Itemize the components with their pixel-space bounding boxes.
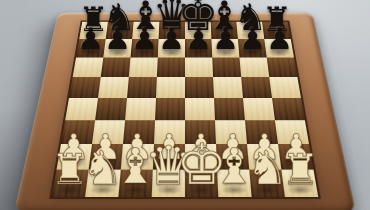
square-g6[interactable] [239, 58, 269, 78]
square-f5[interactable] [213, 77, 243, 98]
black-pawn[interactable]: ♟ [131, 24, 158, 54]
square-c4[interactable] [125, 98, 156, 120]
black-pawn[interactable]: ♟ [77, 24, 104, 54]
square-g5[interactable] [241, 77, 272, 98]
square-d5[interactable] [156, 77, 185, 98]
square-h6[interactable] [267, 58, 298, 78]
square-c5[interactable] [127, 77, 157, 98]
square-a5[interactable] [69, 77, 101, 98]
square-d6[interactable] [157, 58, 185, 78]
square-c6[interactable] [129, 58, 158, 78]
black-pawn[interactable]: ♟ [266, 24, 293, 54]
table-surface: ♜♞♝♛♚♝♞♜♟♟♟♟♟♟♟♟♟♟♟♟♟♟♟♟♜♞♝♛♚♝♞♜ [0, 0, 370, 210]
square-e4[interactable] [185, 98, 215, 120]
white-rook[interactable]: ♜ [281, 149, 319, 191]
square-b4[interactable] [95, 98, 127, 120]
square-b6[interactable] [101, 58, 131, 78]
square-f6[interactable] [212, 58, 241, 78]
black-pawn[interactable]: ♟ [212, 24, 239, 54]
square-d4[interactable] [155, 98, 185, 120]
black-pawn[interactable]: ♟ [185, 24, 212, 54]
square-e6[interactable] [185, 58, 213, 78]
square-b5[interactable] [98, 77, 129, 98]
square-a4[interactable] [65, 98, 98, 120]
square-g4[interactable] [243, 98, 275, 120]
black-pawn[interactable]: ♟ [158, 24, 185, 54]
square-f4[interactable] [214, 98, 245, 120]
square-a6[interactable] [73, 58, 104, 78]
black-pawn[interactable]: ♟ [104, 24, 131, 54]
black-pawn[interactable]: ♟ [239, 24, 266, 54]
square-e5[interactable] [185, 77, 214, 98]
square-h4[interactable] [272, 98, 305, 120]
square-h5[interactable] [269, 77, 301, 98]
